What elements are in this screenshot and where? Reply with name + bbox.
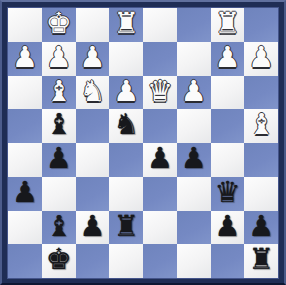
square-a5[interactable]: [8, 109, 42, 143]
square-g3[interactable]: ♛: [211, 177, 245, 211]
chess-board: ♚♜♜♟♟♟♟♟♝♞♟♛♟♝♞♝♟♟♟♟♛♝♟♜♟♟♚♜: [8, 8, 278, 278]
square-d1[interactable]: [109, 244, 143, 278]
square-g1[interactable]: [211, 244, 245, 278]
piece-white-bishop-h5: ♝: [248, 109, 274, 142]
square-a8[interactable]: [8, 8, 42, 42]
square-f3[interactable]: [177, 177, 211, 211]
piece-white-queen-e6: ♛: [147, 76, 173, 109]
square-a3[interactable]: ♟: [8, 177, 42, 211]
square-g8[interactable]: ♜: [211, 8, 245, 42]
square-g7[interactable]: ♟: [211, 42, 245, 76]
piece-black-pawn-b4: ♟: [46, 143, 72, 176]
piece-black-pawn-h2: ♟: [248, 211, 274, 244]
square-b1[interactable]: ♚: [42, 244, 76, 278]
square-c3[interactable]: [76, 177, 110, 211]
square-e5[interactable]: [143, 109, 177, 143]
square-b2[interactable]: ♝: [42, 211, 76, 245]
square-a1[interactable]: [8, 244, 42, 278]
piece-white-pawn-c7: ♟: [79, 42, 105, 75]
square-e3[interactable]: [143, 177, 177, 211]
piece-white-pawn-b7: ♟: [46, 42, 72, 75]
square-h7[interactable]: ♟: [244, 42, 278, 76]
square-d5[interactable]: ♞: [109, 109, 143, 143]
piece-white-rook-g8: ♜: [214, 8, 240, 41]
square-a4[interactable]: [8, 143, 42, 177]
piece-white-pawn-a7: ♟: [12, 42, 38, 75]
square-a2[interactable]: [8, 211, 42, 245]
piece-black-pawn-g2: ♟: [214, 211, 240, 244]
piece-white-knight-c6: ♞: [79, 76, 105, 109]
square-e7[interactable]: [143, 42, 177, 76]
square-b6[interactable]: ♝: [42, 76, 76, 110]
square-b8[interactable]: ♚: [42, 8, 76, 42]
square-h1[interactable]: ♜: [244, 244, 278, 278]
square-c5[interactable]: [76, 109, 110, 143]
square-b3[interactable]: [42, 177, 76, 211]
square-f5[interactable]: [177, 109, 211, 143]
square-c6[interactable]: ♞: [76, 76, 110, 110]
square-d8[interactable]: ♜: [109, 8, 143, 42]
piece-black-bishop-b5: ♝: [46, 109, 72, 142]
square-f6[interactable]: ♟: [177, 76, 211, 110]
square-h5[interactable]: ♝: [244, 109, 278, 143]
square-e2[interactable]: [143, 211, 177, 245]
square-b4[interactable]: ♟: [42, 143, 76, 177]
square-g4[interactable]: [211, 143, 245, 177]
square-f7[interactable]: [177, 42, 211, 76]
piece-black-pawn-f4: ♟: [181, 143, 207, 176]
square-e4[interactable]: ♟: [143, 143, 177, 177]
chess-board-frame: ♚♜♜♟♟♟♟♟♝♞♟♛♟♝♞♝♟♟♟♟♛♝♟♜♟♟♚♜: [0, 0, 286, 285]
square-h4[interactable]: [244, 143, 278, 177]
square-c1[interactable]: [76, 244, 110, 278]
piece-black-pawn-e4: ♟: [147, 143, 173, 176]
square-f4[interactable]: ♟: [177, 143, 211, 177]
piece-black-knight-d5: ♞: [113, 109, 139, 142]
square-d4[interactable]: [109, 143, 143, 177]
square-f8[interactable]: [177, 8, 211, 42]
piece-black-queen-g3: ♛: [214, 177, 240, 210]
square-d3[interactable]: [109, 177, 143, 211]
piece-black-rook-d2: ♜: [113, 211, 139, 244]
square-h8[interactable]: [244, 8, 278, 42]
square-c4[interactable]: [76, 143, 110, 177]
piece-white-pawn-f6: ♟: [181, 76, 207, 109]
square-e6[interactable]: ♛: [143, 76, 177, 110]
piece-white-king-b8: ♚: [46, 8, 72, 41]
piece-black-pawn-c2: ♟: [79, 211, 105, 244]
square-e8[interactable]: [143, 8, 177, 42]
square-f1[interactable]: [177, 244, 211, 278]
square-e1[interactable]: [143, 244, 177, 278]
square-c7[interactable]: ♟: [76, 42, 110, 76]
square-f2[interactable]: [177, 211, 211, 245]
piece-white-rook-d8: ♜: [113, 8, 139, 41]
square-h3[interactable]: [244, 177, 278, 211]
square-c2[interactable]: ♟: [76, 211, 110, 245]
square-a7[interactable]: ♟: [8, 42, 42, 76]
piece-white-bishop-b6: ♝: [46, 76, 72, 109]
square-g6[interactable]: [211, 76, 245, 110]
piece-white-pawn-d6: ♟: [113, 76, 139, 109]
square-d6[interactable]: ♟: [109, 76, 143, 110]
square-b7[interactable]: ♟: [42, 42, 76, 76]
square-c8[interactable]: [76, 8, 110, 42]
square-g2[interactable]: ♟: [211, 211, 245, 245]
piece-white-pawn-g7: ♟: [214, 42, 240, 75]
square-h2[interactable]: ♟: [244, 211, 278, 245]
square-d7[interactable]: [109, 42, 143, 76]
square-h6[interactable]: [244, 76, 278, 110]
piece-black-bishop-b2: ♝: [46, 211, 72, 244]
piece-black-pawn-a3: ♟: [12, 177, 38, 210]
piece-black-king-b1: ♚: [46, 244, 72, 277]
square-g5[interactable]: [211, 109, 245, 143]
square-d2[interactable]: ♜: [109, 211, 143, 245]
piece-white-pawn-h7: ♟: [248, 42, 274, 75]
piece-black-rook-h1: ♜: [248, 244, 274, 277]
square-a6[interactable]: [8, 76, 42, 110]
square-b5[interactable]: ♝: [42, 109, 76, 143]
